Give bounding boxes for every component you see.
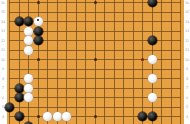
row-label-right: 15 [185,10,189,13]
row-label-left: 11 [1,48,5,51]
row-label-right: 5 [185,105,189,108]
grid-vline [85,0,86,124]
star-point [94,58,97,61]
black-stone[interactable] [15,84,24,93]
black-stone[interactable] [15,112,24,121]
white-stone[interactable] [148,55,157,64]
row-label-right: 9 [185,67,189,70]
white-stone[interactable] [53,112,62,121]
white-stone[interactable] [24,36,33,45]
row-label-left: 16 [1,1,5,4]
white-stone[interactable] [62,112,71,121]
black-stone[interactable] [148,0,157,7]
black-stone[interactable] [24,17,33,26]
row-label-left: 9 [1,67,5,70]
white-stone[interactable] [148,74,157,83]
black-stone[interactable] [148,112,157,121]
grid-hline [9,50,181,51]
star-point [94,1,97,4]
white-stone[interactable] [34,17,43,26]
annotation-dot [141,58,144,61]
row-label-left: 5 [1,105,5,108]
grid-hline [9,69,181,70]
grid-vline [161,0,162,124]
white-stone[interactable] [24,46,33,55]
star-point [37,115,40,118]
row-label-right: 7 [185,86,189,89]
black-stone[interactable] [15,93,24,102]
grid-vline [133,0,134,124]
black-stone[interactable] [138,112,147,121]
star-point [37,1,40,4]
black-stone[interactable] [34,36,43,45]
row-label-right: 16 [185,1,189,4]
white-stone[interactable] [24,27,33,36]
grid-vline [76,0,77,124]
grid-hline [9,88,181,89]
black-stone[interactable] [5,103,14,112]
star-point [37,58,40,61]
row-label-left: 13 [1,29,5,32]
go-board-screenshot: 1615141312111098765416151413121110987654 [0,0,190,124]
row-label-right: 14 [185,20,189,23]
last-move-marker [37,19,40,22]
row-label-right: 4 [185,115,189,118]
grid-hline [9,107,181,108]
black-stone[interactable] [15,17,24,26]
grid-vline [95,0,96,124]
row-label-left: 10 [1,58,5,61]
grid-vline [104,0,105,124]
row-label-left: 14 [1,20,5,23]
row-label-right: 10 [185,58,189,61]
row-label-right: 13 [185,29,189,32]
white-stone[interactable] [148,93,157,102]
black-stone[interactable] [34,27,43,36]
grid-vline [123,0,124,124]
grid-vline [47,0,48,124]
grid-vline [171,0,172,124]
white-stone[interactable] [43,112,52,121]
row-label-right: 6 [185,96,189,99]
row-label-right: 8 [185,77,189,80]
star-point [94,115,97,118]
row-label-left: 4 [1,115,5,118]
grid-hline [9,12,181,13]
row-label-left: 7 [1,86,5,89]
row-label-right: 11 [185,48,189,51]
grid-vline [66,0,67,124]
row-label-left: 12 [1,39,5,42]
row-label-left: 15 [1,10,5,13]
white-stone[interactable] [24,74,33,83]
grid-vline [142,0,143,124]
white-stone[interactable] [24,84,33,93]
row-label-left: 6 [1,96,5,99]
grid-vline [180,0,181,124]
grid-vline [114,0,115,124]
white-stone[interactable] [24,93,33,102]
grid-vline [57,0,58,124]
row-label-left: 8 [1,77,5,80]
black-stone[interactable] [148,36,157,45]
row-label-right: 12 [185,39,189,42]
